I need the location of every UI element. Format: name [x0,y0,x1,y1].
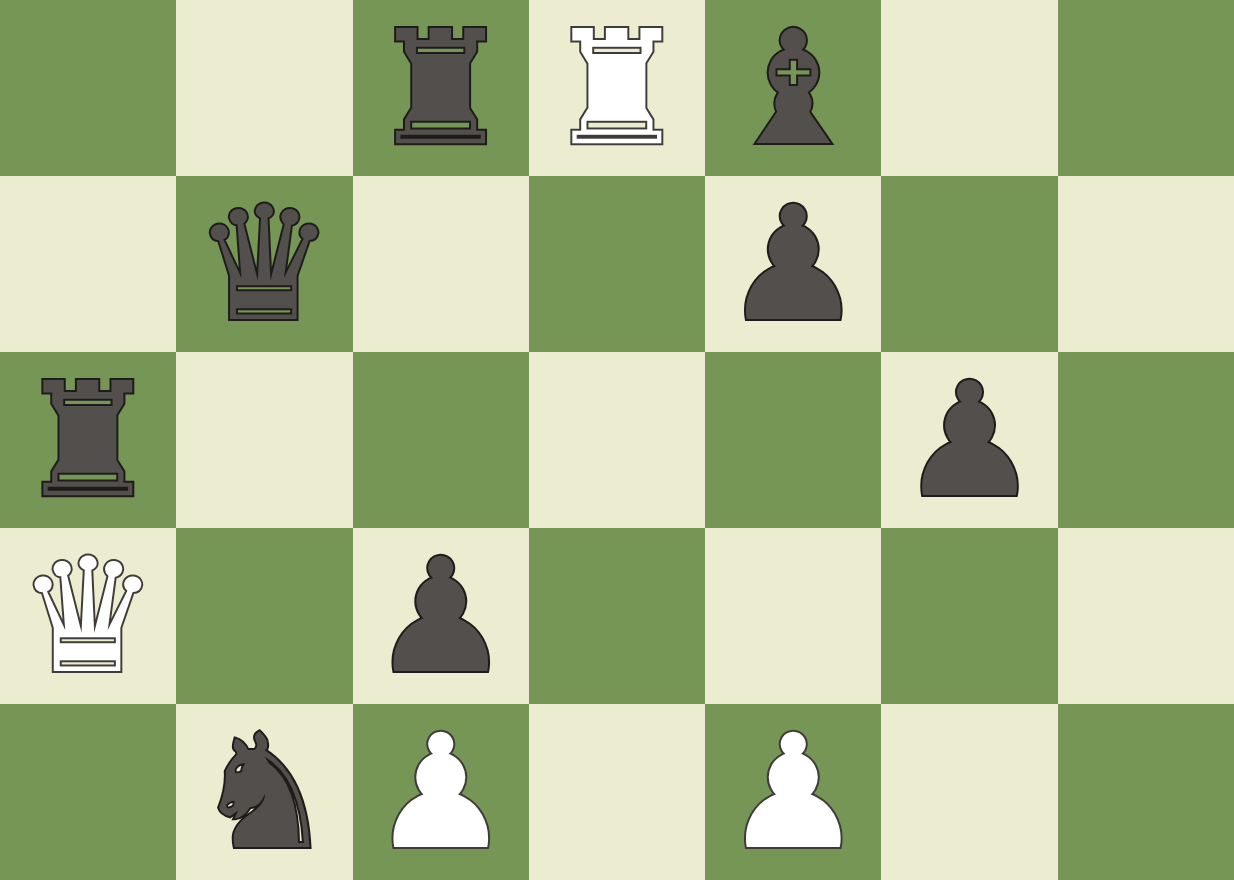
square-e6[interactable] [529,352,705,528]
square-f6[interactable] [705,352,881,528]
square-c8[interactable] [176,0,352,176]
square-h7[interactable] [1058,176,1234,352]
square-g4[interactable] [881,704,1057,880]
piece-black-pawn[interactable]: ♟ [899,352,1041,528]
piece-white-pawn[interactable]: ♟ [370,704,512,880]
square-h8[interactable] [1058,0,1234,176]
square-h6[interactable] [1058,352,1234,528]
square-e8[interactable]: ♜ [529,0,705,176]
square-g5[interactable] [881,528,1057,704]
piece-white-pawn[interactable]: ♟ [722,704,864,880]
square-d5[interactable]: ♟ [353,528,529,704]
chess-board: ♜♜♝♛♟♜♟♛♟♞♟♟ [0,0,1234,880]
square-f5[interactable] [705,528,881,704]
square-c5[interactable] [176,528,352,704]
piece-black-bishop[interactable]: ♝ [722,0,864,176]
piece-white-queen[interactable]: ♛ [17,528,159,704]
square-g7[interactable] [881,176,1057,352]
square-e7[interactable] [529,176,705,352]
square-d7[interactable] [353,176,529,352]
piece-black-rook[interactable]: ♜ [370,0,512,176]
square-f4[interactable]: ♟ [705,704,881,880]
square-c4[interactable]: ♞ [176,704,352,880]
square-h4[interactable] [1058,704,1234,880]
square-c7[interactable]: ♛ [176,176,352,352]
square-b4[interactable] [0,704,176,880]
piece-black-pawn[interactable]: ♟ [722,176,864,352]
square-e5[interactable] [529,528,705,704]
piece-black-rook[interactable]: ♜ [17,352,159,528]
piece-black-pawn[interactable]: ♟ [370,528,512,704]
square-f7[interactable]: ♟ [705,176,881,352]
square-e4[interactable] [529,704,705,880]
square-b5[interactable]: ♛ [0,528,176,704]
square-c6[interactable] [176,352,352,528]
square-b8[interactable] [0,0,176,176]
piece-black-knight[interactable]: ♞ [194,704,336,880]
square-f8[interactable]: ♝ [705,0,881,176]
square-d6[interactable] [353,352,529,528]
square-g6[interactable]: ♟ [881,352,1057,528]
square-d4[interactable]: ♟ [353,704,529,880]
piece-black-queen[interactable]: ♛ [194,176,336,352]
square-b6[interactable]: ♜ [0,352,176,528]
square-g8[interactable] [881,0,1057,176]
square-b7[interactable] [0,176,176,352]
square-d8[interactable]: ♜ [353,0,529,176]
square-h5[interactable] [1058,528,1234,704]
piece-white-rook[interactable]: ♜ [546,0,688,176]
